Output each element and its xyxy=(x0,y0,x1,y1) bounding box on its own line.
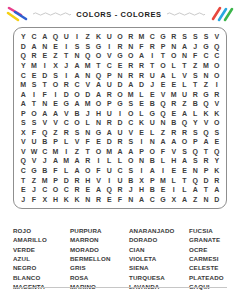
grid-cell-r7c7: D xyxy=(82,89,93,99)
grid-cell-r4c2: M xyxy=(29,61,40,71)
grid-cell-r14c9: L xyxy=(104,156,115,166)
grid-cell-r5c15: L xyxy=(168,70,179,80)
grid-cell-r1c7: Z xyxy=(82,32,93,42)
grid-cell-r11c5: R xyxy=(61,128,72,138)
grid-cell-r17c14: E xyxy=(158,185,169,195)
grid-cell-r2c7: S xyxy=(82,42,93,52)
grid-cell-r16c12: X xyxy=(136,175,147,185)
grid-cell-r5c14: A xyxy=(158,70,169,80)
grid-cell-r12c8: E xyxy=(93,137,104,147)
word-item: VERDE xyxy=(13,245,70,254)
grid-cell-r1c16: S xyxy=(179,32,190,42)
grid-cell-r3c9: V xyxy=(104,51,115,61)
grid-cell-r17c15: I xyxy=(168,185,179,195)
grid-cell-r10c18: V xyxy=(201,118,212,128)
grid-cell-r8c18: Q xyxy=(201,99,212,109)
grid-cell-r16c13: P xyxy=(147,175,158,185)
grid-cell-r12c11: S xyxy=(125,137,136,147)
grid-cell-r11c12: E xyxy=(136,128,147,138)
grid-cell-r18c3: X xyxy=(39,194,50,204)
grid-cell-r14c17: S xyxy=(190,156,201,166)
grid-cell-r6c13: J xyxy=(147,80,158,90)
grid-cell-r10c4: V xyxy=(50,118,61,128)
grid-cell-r17c10: R xyxy=(115,185,126,195)
grid-cell-r4c10: E xyxy=(115,61,126,71)
grid-cell-r6c10: D xyxy=(115,80,126,90)
grid-cell-r9c9: U xyxy=(104,108,115,118)
grid-cell-r1c18: S xyxy=(201,32,212,42)
grid-cell-r7c5: D xyxy=(61,89,72,99)
grid-cell-r15c18: P xyxy=(201,166,212,176)
grid-cell-r13c6: Z xyxy=(72,147,83,157)
grid-cell-r11c13: L xyxy=(147,128,158,138)
grid-cell-r5c12: R xyxy=(136,70,147,80)
grid-cell-r18c15: X xyxy=(168,194,179,204)
grid-cell-r12c1: V xyxy=(18,137,29,147)
grid-cell-r14c16: A xyxy=(179,156,190,166)
grid-cell-r2c3: N xyxy=(39,42,50,52)
grid-cell-r13c15: V xyxy=(168,147,179,157)
grid-cell-r13c13: O xyxy=(147,147,158,157)
grid-cell-r6c16: L xyxy=(179,80,190,90)
grid-cell-r9c3: A xyxy=(39,108,50,118)
grid-cell-r8c17: B xyxy=(190,99,201,109)
grid-cell-r2c17: J xyxy=(190,42,201,52)
grid-cell-r15c14: I xyxy=(158,166,169,176)
grid-cell-r8c1: A xyxy=(18,99,29,109)
grid-cell-r14c3: J xyxy=(39,156,50,166)
grid-cell-r5c4: S xyxy=(50,70,61,80)
grid-cell-r4c19: O xyxy=(211,61,222,71)
grid-cell-r2c2: A xyxy=(29,42,40,52)
grid-cell-r10c8: N xyxy=(93,118,104,128)
grid-cell-r8c19: V xyxy=(211,99,222,109)
grid-cell-r5c10: N xyxy=(115,70,126,80)
grid-cell-r6c14: E xyxy=(158,80,169,90)
grid-cell-r6c8: A xyxy=(93,80,104,90)
grid-cell-r14c8: I xyxy=(93,156,104,166)
grid-cell-r14c14: L xyxy=(158,156,169,166)
grid-cell-r1c6: I xyxy=(72,32,83,42)
grid-cell-r7c1: A xyxy=(18,89,29,99)
grid-cell-r11c3: Q xyxy=(39,128,50,138)
grid-cell-r13c3: C xyxy=(39,147,50,157)
footer-divider xyxy=(13,287,227,288)
grid-cell-r1c9: U xyxy=(104,32,115,42)
grid-cell-r12c3: B xyxy=(39,137,50,147)
word-item: ROJO xyxy=(13,226,70,235)
grid-cell-r5c11: R xyxy=(125,70,136,80)
grid-cell-r4c3: I xyxy=(39,61,50,71)
grid-cell-r17c13: B xyxy=(147,185,158,195)
grid-cell-r17c8: A xyxy=(93,185,104,195)
grid-cell-r5c18: N xyxy=(201,70,212,80)
grid-cell-r2c4: E xyxy=(50,42,61,52)
grid-cell-r8c6: A xyxy=(72,99,83,109)
grid-cell-r10c13: U xyxy=(147,118,158,128)
worksheet-page: COLORS - COLORES YCAQUIZKUORMCGRSSSVDANE… xyxy=(0,0,240,300)
grid-cell-r1c3: A xyxy=(39,32,50,42)
grid-cell-r16c1: T xyxy=(18,175,29,185)
grid-cell-r16c8: V xyxy=(93,175,104,185)
grid-cell-r3c10: G xyxy=(115,51,126,61)
grid-cell-r2c16: A xyxy=(179,42,190,52)
grid-cell-r16c18: D xyxy=(201,175,212,185)
grid-cell-r2c6: S xyxy=(72,42,83,52)
grid-cell-r16c16: T xyxy=(179,175,190,185)
grid-cell-r18c13: C xyxy=(147,194,158,204)
grid-cell-r13c8: O xyxy=(93,147,104,157)
grid-cell-r8c16: Z xyxy=(179,99,190,109)
grid-cell-r6c19: I xyxy=(211,80,222,90)
grid-cell-r14c19: Y xyxy=(211,156,222,166)
grid-cell-r11c8: G xyxy=(93,128,104,138)
grid-cell-r16c9: I xyxy=(104,175,115,185)
grid-cell-r2c19: Q xyxy=(211,42,222,52)
grid-cell-r15c8: F xyxy=(93,166,104,176)
grid-cell-r7c4: I xyxy=(50,89,61,99)
grid-cell-r6c17: T xyxy=(190,80,201,90)
grid-cell-r9c8: H xyxy=(93,108,104,118)
grid-cell-r18c12: A xyxy=(136,194,147,204)
grid-cell-r13c4: M xyxy=(50,147,61,157)
grid-cell-r5c7: N xyxy=(82,70,93,80)
grid-cell-r11c11: V xyxy=(125,128,136,138)
word-item: MORADO xyxy=(70,245,129,254)
grid-cell-r14c12: N xyxy=(136,156,147,166)
grid-cell-r1c17: S xyxy=(190,32,201,42)
pencils-left-icon xyxy=(6,6,28,22)
word-item: FUCSIA xyxy=(189,226,227,235)
grid-cell-r16c6: R xyxy=(72,175,83,185)
header: COLORS - COLORES xyxy=(0,5,240,23)
grid-cell-r6c18: Z xyxy=(201,80,212,90)
word-item: ROSA xyxy=(70,273,129,282)
word-list: ROJOAMARILLOVERDEAZULNEGROBLANCOMAGENTAP… xyxy=(13,226,227,291)
grid-cell-r15c9: U xyxy=(104,166,115,176)
grid-cell-r7c15: M xyxy=(168,89,179,99)
grid-cell-r13c5: I xyxy=(61,147,72,157)
grid-cell-r7c11: M xyxy=(125,89,136,99)
grid-cell-r2c9: I xyxy=(104,42,115,52)
grid-cell-r3c2: R xyxy=(29,51,40,61)
grid-cell-r13c16: S xyxy=(179,147,190,157)
grid-cell-r15c17: N xyxy=(190,166,201,176)
grid-cell-r18c9: E xyxy=(104,194,115,204)
grid-cell-r15c7: O xyxy=(82,166,93,176)
word-list-column-1: ROJOAMARILLOVERDEAZULNEGROBLANCOMAGENTA xyxy=(13,226,70,291)
grid-cell-r4c8: T xyxy=(93,61,104,71)
word-item: BERMELLON xyxy=(70,254,129,263)
letter-grid: YCAQUIZKUORMCGRSSSVDANEISSGIRNFRPNAJGQQR… xyxy=(18,32,222,204)
grid-cell-r14c11: O xyxy=(125,156,136,166)
grid-cell-r13c17: Q xyxy=(190,147,201,157)
grid-cell-r12c15: A xyxy=(168,137,179,147)
grid-cell-r2c15: N xyxy=(168,42,179,52)
grid-cell-r11c2: F xyxy=(29,128,40,138)
grid-cell-r17c19: A xyxy=(211,185,222,195)
grid-cell-r14c5: M xyxy=(61,156,72,166)
grid-cell-r10c11: C xyxy=(125,118,136,128)
grid-cell-r3c3: E xyxy=(39,51,50,61)
word-list-column-3: ANARANJADODORADOCIANVIOLETASIENATURQUESA… xyxy=(129,226,189,291)
grid-cell-r11c9: A xyxy=(104,128,115,138)
grid-cell-r18c18: N xyxy=(201,194,212,204)
grid-cell-r2c12: F xyxy=(136,42,147,52)
grid-cell-r5c13: U xyxy=(147,70,158,80)
puzzle-grid-frame: YCAQUIZKUORMCGRSSSVDANEISSGIRNFRPNAJGQQR… xyxy=(13,27,227,209)
grid-cell-r16c3: M xyxy=(39,175,50,185)
grid-cell-r9c16: A xyxy=(179,108,190,118)
grid-cell-r15c1: C xyxy=(18,166,29,176)
grid-cell-r18c14: G xyxy=(158,194,169,204)
grid-cell-r14c6: A xyxy=(72,156,83,166)
grid-cell-r7c14: V xyxy=(158,89,169,99)
grid-cell-r6c3: T xyxy=(39,80,50,90)
grid-cell-r7c12: L xyxy=(136,89,147,99)
grid-cell-r8c9: P xyxy=(104,99,115,109)
word-item: BLANCO xyxy=(13,273,70,282)
grid-cell-r6c4: O xyxy=(50,80,61,90)
grid-cell-r3c1: Q xyxy=(18,51,29,61)
grid-cell-r9c5: V xyxy=(61,108,72,118)
grid-cell-r12c6: V xyxy=(72,137,83,147)
grid-cell-r2c11: N xyxy=(125,42,136,52)
grid-cell-r9c17: L xyxy=(190,108,201,118)
grid-cell-r17c7: E xyxy=(82,185,93,195)
grid-cell-r1c12: M xyxy=(136,32,147,42)
grid-cell-r4c15: L xyxy=(168,61,179,71)
grid-cell-r12c18: A xyxy=(201,137,212,147)
grid-cell-r9c6: B xyxy=(72,108,83,118)
grid-cell-r12c9: D xyxy=(104,137,115,147)
grid-cell-r18c6: K xyxy=(72,194,83,204)
grid-cell-r12c4: P xyxy=(50,137,61,147)
grid-cell-r2c5: I xyxy=(61,42,72,52)
grid-cell-r1c19: V xyxy=(211,32,222,42)
grid-cell-r4c5: J xyxy=(61,61,72,71)
grid-cell-r10c5: C xyxy=(61,118,72,128)
grid-cell-r6c5: R xyxy=(61,80,72,90)
grid-cell-r18c1: J xyxy=(18,194,29,204)
grid-cell-r17c17: A xyxy=(190,185,201,195)
grid-cell-r17c6: R xyxy=(72,185,83,195)
grid-cell-r7c10: O xyxy=(115,89,126,99)
grid-cell-r12c16: O xyxy=(179,137,190,147)
grid-cell-r12c17: P xyxy=(190,137,201,147)
grid-cell-r7c19: R xyxy=(211,89,222,99)
grid-cell-r17c16: L xyxy=(179,185,190,195)
grid-cell-r12c10: R xyxy=(115,137,126,147)
grid-cell-r6c1: M xyxy=(18,80,29,90)
grid-cell-r11c7: N xyxy=(82,128,93,138)
grid-cell-r9c12: L xyxy=(136,108,147,118)
grid-cell-r3c17: F xyxy=(190,51,201,61)
grid-cell-r17c4: O xyxy=(50,185,61,195)
grid-cell-r14c2: V xyxy=(29,156,40,166)
grid-cell-r10c12: K xyxy=(136,118,147,128)
grid-cell-r6c2: S xyxy=(29,80,40,90)
grid-cell-r16c11: B xyxy=(125,175,136,185)
word-item: CIAN xyxy=(129,245,189,254)
grid-cell-r13c19: Q xyxy=(211,147,222,157)
grid-cell-r1c13: C xyxy=(147,32,158,42)
grid-cell-r9c15: E xyxy=(168,108,179,118)
grid-cell-r11c1: X xyxy=(18,128,29,138)
grid-cell-r9c2: O xyxy=(29,108,40,118)
word-list-column-2: PURPURAMARRONMORADOBERMELLONGRISROSAMARI… xyxy=(70,226,129,291)
word-item: TURQUESA xyxy=(129,273,189,282)
grid-cell-r12c12: I xyxy=(136,137,147,147)
grid-cell-r8c14: Q xyxy=(158,99,169,109)
grid-cell-r5c1: C xyxy=(18,70,29,80)
grid-cell-r7c18: G xyxy=(201,89,212,99)
grid-cell-r6c9: U xyxy=(104,80,115,90)
grid-cell-r4c6: A xyxy=(72,61,83,71)
grid-cell-r3c18: C xyxy=(201,51,212,61)
grid-cell-r7c8: A xyxy=(93,89,104,99)
grid-cell-r1c11: R xyxy=(125,32,136,42)
grid-cell-r12c19: E xyxy=(211,137,222,147)
grid-cell-r16c17: Q xyxy=(190,175,201,185)
grid-cell-r3c15: O xyxy=(168,51,179,61)
word-item: PLATEADO xyxy=(189,273,227,282)
grid-cell-r18c19: D xyxy=(211,194,222,204)
grid-cell-r17c12: H xyxy=(136,185,147,195)
grid-cell-r10c6: O xyxy=(72,118,83,128)
grid-cell-r13c14: F xyxy=(158,147,169,157)
grid-cell-r5c6: A xyxy=(72,70,83,80)
grid-cell-r11c17: S xyxy=(190,128,201,138)
grid-cell-r3c6: N xyxy=(72,51,83,61)
grid-cell-r15c19: K xyxy=(211,166,222,176)
word-item: AMARILLO xyxy=(13,235,70,244)
grid-cell-r11c18: Q xyxy=(201,128,212,138)
grid-cell-r16c7: H xyxy=(82,175,93,185)
grid-cell-r15c15: E xyxy=(168,166,179,176)
grid-cell-r9c14: Q xyxy=(158,108,169,118)
grid-cell-r15c2: G xyxy=(29,166,40,176)
grid-cell-r15c11: S xyxy=(125,166,136,176)
grid-cell-r18c8: R xyxy=(93,194,104,204)
grid-cell-r18c10: F xyxy=(115,194,126,204)
grid-cell-r10c16: Q xyxy=(179,118,190,128)
grid-cell-r7c2: I xyxy=(29,89,40,99)
grid-cell-r13c12: P xyxy=(136,147,147,157)
grid-cell-r4c18: M xyxy=(201,61,212,71)
grid-cell-r3c8: O xyxy=(93,51,104,61)
grid-cell-r10c14: N xyxy=(158,118,169,128)
grid-cell-r18c11: N xyxy=(125,194,136,204)
grid-cell-r15c10: C xyxy=(115,166,126,176)
grid-cell-r13c11: A xyxy=(125,147,136,157)
grid-cell-r9c7: J xyxy=(82,108,93,118)
grid-cell-r9c18: K xyxy=(201,108,212,118)
grid-cell-r14c10: L xyxy=(115,156,126,166)
grid-cell-r15c4: F xyxy=(50,166,61,176)
grid-cell-r17c11: J xyxy=(125,185,136,195)
grid-cell-r11c19: S xyxy=(211,128,222,138)
grid-cell-r15c12: I xyxy=(136,166,147,176)
grid-cell-r7c3: F xyxy=(39,89,50,99)
grid-cell-r12c5: L xyxy=(61,137,72,147)
grid-cell-r10c3: V xyxy=(39,118,50,128)
grid-cell-r5c2: E xyxy=(29,70,40,80)
grid-cell-r1c14: G xyxy=(158,32,169,42)
squiggle-left-line xyxy=(32,11,72,17)
grid-cell-r7c16: U xyxy=(179,89,190,99)
grid-cell-r16c10: U xyxy=(115,175,126,185)
grid-cell-r15c16: E xyxy=(179,166,190,176)
grid-cell-r4c17: Z xyxy=(190,61,201,71)
grid-cell-r10c17: Y xyxy=(190,118,201,128)
grid-cell-r13c2: W xyxy=(29,147,40,157)
grid-cell-r3c19: C xyxy=(211,51,222,61)
grid-cell-r8c10: G xyxy=(115,99,126,109)
grid-cell-r18c16: A xyxy=(179,194,190,204)
word-item: GRIS xyxy=(70,263,129,272)
grid-cell-r4c4: X xyxy=(50,61,61,71)
word-item: ANARANJADO xyxy=(129,226,189,235)
grid-cell-r16c15: L xyxy=(168,175,179,185)
grid-cell-r16c2: Z xyxy=(29,175,40,185)
grid-cell-r4c12: R xyxy=(136,61,147,71)
grid-cell-r16c5: D xyxy=(61,175,72,185)
grid-cell-r2c10: R xyxy=(115,42,126,52)
grid-cell-r18c4: H xyxy=(50,194,61,204)
grid-cell-r6c6: C xyxy=(72,80,83,90)
grid-cell-r17c2: J xyxy=(29,185,40,195)
grid-cell-r14c13: B xyxy=(147,156,158,166)
grid-cell-r10c15: B xyxy=(168,118,179,128)
grid-cell-r13c18: T xyxy=(201,147,212,157)
grid-cell-r3c12: A xyxy=(136,51,147,61)
grid-cell-r1c2: C xyxy=(29,32,40,42)
grid-cell-r1c4: Q xyxy=(50,32,61,42)
word-item: SIENA xyxy=(129,263,189,272)
grid-cell-r15c3: B xyxy=(39,166,50,176)
grid-cell-r3c7: Q xyxy=(82,51,93,61)
grid-cell-r1c1: Y xyxy=(18,32,29,42)
grid-cell-r3c4: Z xyxy=(50,51,61,61)
grid-cell-r14c1: Q xyxy=(18,156,29,166)
grid-cell-r5c5: I xyxy=(61,70,72,80)
grid-cell-r1c10: O xyxy=(115,32,126,42)
grid-cell-r7c6: O xyxy=(72,89,83,99)
grid-cell-r11c14: Z xyxy=(158,128,169,138)
grid-cell-r2c18: G xyxy=(201,42,212,52)
grid-cell-r13c7: T xyxy=(82,147,93,157)
word-item: PURPURA xyxy=(70,226,129,235)
word-list-column-4: FUCSIAGRANATEOCRECARMESICELESTEPLATEADOC… xyxy=(189,226,227,291)
grid-cell-r4c1: Y xyxy=(18,61,29,71)
grid-cell-r13c10: A xyxy=(115,147,126,157)
grid-cell-r3c13: I xyxy=(147,51,158,61)
grid-cell-r17c5: C xyxy=(61,185,72,195)
word-item: AZUL xyxy=(13,254,70,263)
grid-cell-r7c9: R xyxy=(104,89,115,99)
grid-cell-r5c19: O xyxy=(211,70,222,80)
grid-cell-r6c12: D xyxy=(136,80,147,90)
grid-cell-r10c2: S xyxy=(29,118,40,128)
grid-cell-r16c19: R xyxy=(211,175,222,185)
grid-cell-r8c13: B xyxy=(147,99,158,109)
grid-cell-r3c14: T xyxy=(158,51,169,61)
grid-cell-r2c1: D xyxy=(18,42,29,52)
grid-cell-r10c9: R xyxy=(104,118,115,128)
grid-cell-r17c3: C xyxy=(39,185,50,195)
grid-cell-r6c15: E xyxy=(168,80,179,90)
